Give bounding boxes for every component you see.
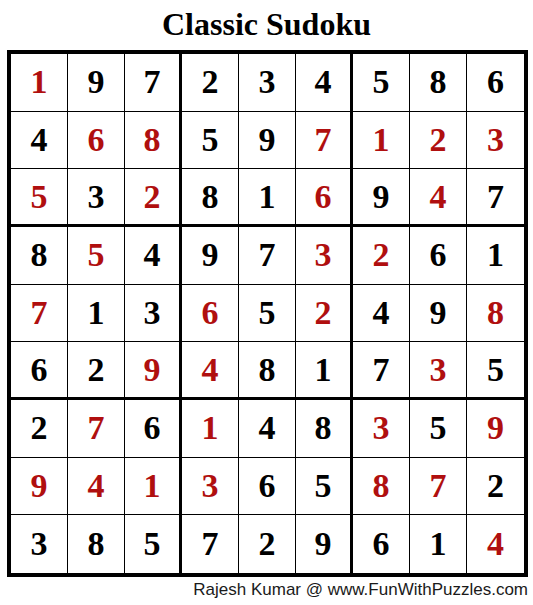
cell-r4c8: 6 [410, 227, 467, 285]
cell-r3c4: 8 [182, 169, 239, 227]
cell-r2c5: 9 [239, 112, 296, 170]
cell-r3c3: 2 [125, 169, 182, 227]
cell-r9c7: 6 [353, 515, 410, 573]
cell-r6c3: 9 [125, 342, 182, 400]
cell-r1c8: 8 [410, 54, 467, 112]
cell-r6c9: 5 [467, 342, 524, 400]
cell-r8c2: 4 [68, 458, 125, 516]
cell-r2c1: 4 [11, 112, 68, 170]
cell-r5c3: 3 [125, 285, 182, 343]
cell-r7c8: 5 [410, 400, 467, 458]
cell-r8c5: 6 [239, 458, 296, 516]
cell-r3c2: 3 [68, 169, 125, 227]
cell-r6c2: 2 [68, 342, 125, 400]
cell-r1c1: 1 [11, 54, 68, 112]
cell-r6c5: 8 [239, 342, 296, 400]
cell-r3c6: 6 [296, 169, 353, 227]
cell-r8c8: 7 [410, 458, 467, 516]
cell-r4c9: 1 [467, 227, 524, 285]
cell-r5c9: 8 [467, 285, 524, 343]
cell-r2c6: 7 [296, 112, 353, 170]
cell-r9c9: 4 [467, 515, 524, 573]
cell-r7c3: 6 [125, 400, 182, 458]
cell-r7c9: 9 [467, 400, 524, 458]
cell-r3c7: 9 [353, 169, 410, 227]
cell-r7c5: 4 [239, 400, 296, 458]
cell-r7c4: 1 [182, 400, 239, 458]
cell-r4c2: 5 [68, 227, 125, 285]
cell-r1c7: 5 [353, 54, 410, 112]
cell-r3c5: 1 [239, 169, 296, 227]
cell-r2c2: 6 [68, 112, 125, 170]
cell-r1c4: 2 [182, 54, 239, 112]
cell-r9c4: 7 [182, 515, 239, 573]
cell-r4c6: 3 [296, 227, 353, 285]
cell-r9c8: 1 [410, 515, 467, 573]
cell-r1c6: 4 [296, 54, 353, 112]
page: Classic Sudoku 1972345864685971235328169… [0, 0, 533, 605]
cell-r2c7: 1 [353, 112, 410, 170]
cell-r5c1: 7 [11, 285, 68, 343]
cell-r8c4: 3 [182, 458, 239, 516]
puzzle-title: Classic Sudoku [0, 0, 533, 43]
cell-r7c2: 7 [68, 400, 125, 458]
cell-r6c1: 6 [11, 342, 68, 400]
cell-r9c1: 3 [11, 515, 68, 573]
cell-r7c6: 8 [296, 400, 353, 458]
sudoku-board: 1972345864685971235328169478549732617136… [7, 50, 528, 577]
cell-r8c7: 8 [353, 458, 410, 516]
cell-r3c1: 5 [11, 169, 68, 227]
cell-r4c4: 9 [182, 227, 239, 285]
cell-r9c3: 5 [125, 515, 182, 573]
cell-r2c3: 8 [125, 112, 182, 170]
cell-r4c1: 8 [11, 227, 68, 285]
cell-r6c7: 7 [353, 342, 410, 400]
cell-r2c9: 3 [467, 112, 524, 170]
cell-r4c3: 4 [125, 227, 182, 285]
cell-r2c8: 2 [410, 112, 467, 170]
cell-r1c5: 3 [239, 54, 296, 112]
cell-r5c5: 5 [239, 285, 296, 343]
cell-r5c8: 9 [410, 285, 467, 343]
cell-r7c7: 3 [353, 400, 410, 458]
credit-text: Rajesh Kumar @ www.FunWithPuzzles.com [193, 580, 528, 600]
cell-r8c9: 2 [467, 458, 524, 516]
cell-r9c6: 9 [296, 515, 353, 573]
cell-r3c8: 4 [410, 169, 467, 227]
cell-r5c6: 2 [296, 285, 353, 343]
cell-r1c3: 7 [125, 54, 182, 112]
cell-r6c4: 4 [182, 342, 239, 400]
cell-r5c7: 4 [353, 285, 410, 343]
cell-r1c9: 6 [467, 54, 524, 112]
cell-r1c2: 9 [68, 54, 125, 112]
cell-r9c5: 2 [239, 515, 296, 573]
cell-r5c4: 6 [182, 285, 239, 343]
cell-r9c2: 8 [68, 515, 125, 573]
cell-r2c4: 5 [182, 112, 239, 170]
cell-r8c1: 9 [11, 458, 68, 516]
cell-r8c6: 5 [296, 458, 353, 516]
cell-r3c9: 7 [467, 169, 524, 227]
cell-r6c6: 1 [296, 342, 353, 400]
cell-r7c1: 2 [11, 400, 68, 458]
cell-r5c2: 1 [68, 285, 125, 343]
cell-r8c3: 1 [125, 458, 182, 516]
cell-r4c7: 2 [353, 227, 410, 285]
cell-r6c8: 3 [410, 342, 467, 400]
cell-r4c5: 7 [239, 227, 296, 285]
